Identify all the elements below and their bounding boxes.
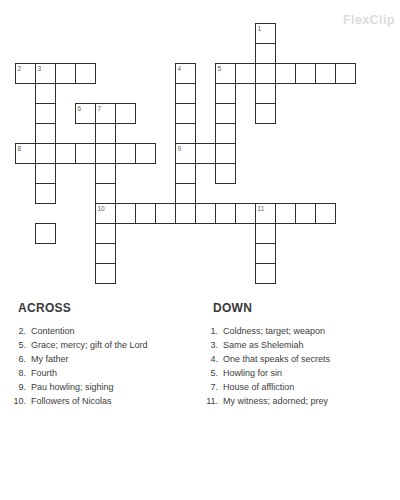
across-clue-5: 5.Grace; mercy; gift of the Lord	[4, 338, 192, 352]
cell-r4-c3[interactable]	[75, 103, 96, 124]
across-clue-text-2: Contention	[31, 324, 75, 338]
crossword-grid: 1234567891011	[15, 23, 356, 284]
cell-r9-c13[interactable]	[275, 203, 296, 224]
cell-r10-c12[interactable]	[255, 223, 276, 244]
cell-r12-c4[interactable]	[95, 263, 116, 284]
cell-r4-c1[interactable]	[35, 103, 56, 124]
cell-r10-c4[interactable]	[95, 223, 116, 244]
across-clue-9: 9.Pau howling; sighing	[4, 380, 192, 394]
cell-r6-c1[interactable]	[35, 143, 56, 164]
cell-r3-c8[interactable]	[175, 83, 196, 104]
across-clue-6: 6.My father	[4, 352, 192, 366]
cell-r5-c10[interactable]	[215, 123, 236, 144]
across-clue-number-10: 10.	[4, 394, 26, 408]
cell-r9-c10[interactable]	[215, 203, 236, 224]
down-clue-list: 1.Coldness; target; weapon3.Same as Shel…	[196, 324, 396, 408]
cell-r9-c11[interactable]	[235, 203, 256, 224]
down-clue-text-3: Same as Shelemiah	[223, 338, 304, 352]
cell-r7-c1[interactable]	[35, 163, 56, 184]
down-clue-number-4: 4.	[196, 352, 218, 366]
cell-r8-c1[interactable]	[35, 183, 56, 204]
across-clue-number-8: 8.	[4, 366, 26, 380]
cell-r2-c10[interactable]	[215, 63, 236, 84]
cell-r3-c10[interactable]	[215, 83, 236, 104]
cell-r6-c9[interactable]	[195, 143, 216, 164]
across-clue-number-9: 9.	[4, 380, 26, 394]
across-clue-10: 10.Followers of Nicolas	[4, 394, 192, 408]
cell-r6-c2[interactable]	[55, 143, 76, 164]
across-clue-number-2: 2.	[4, 324, 26, 338]
cell-r12-c12[interactable]	[255, 263, 276, 284]
cell-r2-c12[interactable]	[255, 63, 276, 84]
cell-r9-c6[interactable]	[135, 203, 156, 224]
across-clue-text-10: Followers of Nicolas	[31, 394, 112, 408]
down-clue-3: 3.Same as Shelemiah	[196, 338, 396, 352]
across-header: ACROSS	[18, 302, 192, 315]
down-clue-text-7: House of affliction	[223, 380, 294, 394]
cell-r3-c1[interactable]	[35, 83, 56, 104]
cell-r7-c4[interactable]	[95, 163, 116, 184]
down-clue-number-11: 11.	[196, 394, 218, 408]
cell-r2-c16[interactable]	[335, 63, 356, 84]
down-clue-text-11: My witness; adorned; prey	[223, 394, 328, 408]
cell-r4-c10[interactable]	[215, 103, 236, 124]
down-clue-number-5: 5.	[196, 366, 218, 380]
down-clue-text-4: One that speaks of secrets	[223, 352, 330, 366]
cell-r4-c8[interactable]	[175, 103, 196, 124]
down-clue-4: 4.One that speaks of secrets	[196, 352, 396, 366]
across-clue-text-8: Fourth	[31, 366, 57, 380]
across-clue-8: 8.Fourth	[4, 366, 192, 380]
cell-r2-c8[interactable]	[175, 63, 196, 84]
cell-r4-c12[interactable]	[255, 103, 276, 124]
cell-r1-c12[interactable]	[255, 43, 276, 64]
across-clue-text-9: Pau howling; sighing	[31, 380, 114, 394]
cell-r9-c4[interactable]	[95, 203, 116, 224]
cell-r6-c8[interactable]	[175, 143, 196, 164]
cell-r6-c3[interactable]	[75, 143, 96, 164]
cell-r6-c10[interactable]	[215, 143, 236, 164]
down-clues-section: DOWN 1.Coldness; target; weapon3.Same as…	[196, 302, 396, 408]
cell-r11-c4[interactable]	[95, 243, 116, 264]
cell-r4-c5[interactable]	[115, 103, 136, 124]
down-clue-11: 11.My witness; adorned; prey	[196, 394, 396, 408]
cell-r2-c14[interactable]	[295, 63, 316, 84]
across-clue-text-6: My father	[31, 352, 69, 366]
down-clue-7: 7.House of affliction	[196, 380, 396, 394]
cell-r9-c15[interactable]	[315, 203, 336, 224]
cell-r10-c1[interactable]	[35, 223, 56, 244]
down-clue-number-1: 1.	[196, 324, 218, 338]
cell-r2-c0[interactable]	[15, 63, 36, 84]
cell-r8-c8[interactable]	[175, 183, 196, 204]
down-clue-1: 1.Coldness; target; weapon	[196, 324, 396, 338]
cell-r5-c4[interactable]	[95, 123, 116, 144]
across-clue-2: 2.Contention	[4, 324, 192, 338]
across-clue-text-5: Grace; mercy; gift of the Lord	[31, 338, 148, 352]
cell-r9-c12[interactable]	[255, 203, 276, 224]
cell-r2-c2[interactable]	[55, 63, 76, 84]
cell-r4-c4[interactable]	[95, 103, 116, 124]
cell-r5-c1[interactable]	[35, 123, 56, 144]
cell-r8-c4[interactable]	[95, 183, 116, 204]
crossword-page: FlexClip 1234567891011 ACROSS 2.Contenti…	[0, 0, 400, 500]
down-clue-number-3: 3.	[196, 338, 218, 352]
cell-r2-c3[interactable]	[75, 63, 96, 84]
cell-r2-c13[interactable]	[275, 63, 296, 84]
cell-r5-c8[interactable]	[175, 123, 196, 144]
across-clues-section: ACROSS 2.Contention5.Grace; mercy; gift …	[4, 302, 192, 408]
across-clue-list: 2.Contention5.Grace; mercy; gift of the …	[4, 324, 192, 408]
cell-r7-c8[interactable]	[175, 163, 196, 184]
cell-r9-c7[interactable]	[155, 203, 176, 224]
down-clue-5: 5.Howling for sin	[196, 366, 396, 380]
down-clue-number-7: 7.	[196, 380, 218, 394]
cell-r6-c5[interactable]	[115, 143, 136, 164]
across-clue-number-6: 6.	[4, 352, 26, 366]
across-clue-number-5: 5.	[4, 338, 26, 352]
cell-r6-c0[interactable]	[15, 143, 36, 164]
down-header: DOWN	[213, 302, 396, 315]
cell-r2-c1[interactable]	[35, 63, 56, 84]
cell-r2-c15[interactable]	[315, 63, 336, 84]
cell-r6-c4[interactable]	[95, 143, 116, 164]
down-clue-text-5: Howling for sin	[223, 366, 282, 380]
cell-r9-c8[interactable]	[175, 203, 196, 224]
cell-r7-c10[interactable]	[215, 163, 236, 184]
cell-r9-c14[interactable]	[295, 203, 316, 224]
down-clue-text-1: Coldness; target; weapon	[223, 324, 325, 338]
cell-r9-c5[interactable]	[115, 203, 136, 224]
cell-r11-c12[interactable]	[255, 243, 276, 264]
cell-r3-c12[interactable]	[255, 83, 276, 104]
cell-r0-c12[interactable]	[255, 23, 276, 44]
cell-r6-c6[interactable]	[135, 143, 156, 164]
cell-r9-c9[interactable]	[195, 203, 216, 224]
cell-r2-c11[interactable]	[235, 63, 256, 84]
